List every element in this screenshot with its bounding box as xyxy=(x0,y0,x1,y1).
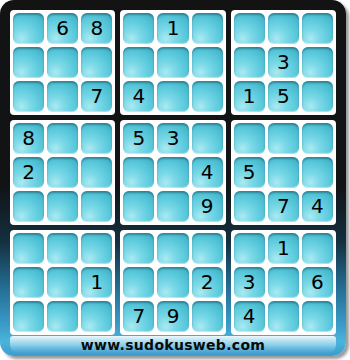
cell-r1c8[interactable] xyxy=(268,13,299,44)
given-digit: 8 xyxy=(22,128,35,148)
cell-r8c9[interactable]: 6 xyxy=(302,267,333,298)
cell-r2c9[interactable] xyxy=(302,47,333,78)
cell-r8c4[interactable] xyxy=(123,267,154,298)
cell-r3c6[interactable] xyxy=(192,81,223,112)
cell-r5c3[interactable] xyxy=(81,157,112,188)
cell-r8c8[interactable] xyxy=(268,267,299,298)
given-digit: 6 xyxy=(56,18,69,38)
given-digit: 5 xyxy=(133,128,146,148)
cell-r9c8[interactable] xyxy=(268,301,299,332)
given-digit: 7 xyxy=(133,306,146,326)
cell-r7c3[interactable] xyxy=(81,233,112,264)
cell-r7c5[interactable] xyxy=(157,233,188,264)
sudoku-grid: 6871431582534957412791364 xyxy=(10,10,336,335)
given-digit: 3 xyxy=(167,128,180,148)
cell-r3c9[interactable] xyxy=(302,81,333,112)
given-digit: 7 xyxy=(277,196,290,216)
given-digit: 1 xyxy=(167,18,180,38)
given-digit: 2 xyxy=(201,272,214,292)
cell-r1c7[interactable] xyxy=(234,13,265,44)
cell-r6c9[interactable]: 4 xyxy=(302,191,333,222)
cell-r3c3[interactable]: 7 xyxy=(81,81,112,112)
sudoku-box-1: 687 xyxy=(10,10,115,115)
given-digit: 2 xyxy=(22,162,35,182)
website-url: www.sudokusweb.com xyxy=(81,337,265,353)
cell-r9c9[interactable] xyxy=(302,301,333,332)
cell-r5c7[interactable]: 5 xyxy=(234,157,265,188)
cell-r2c8[interactable]: 3 xyxy=(268,47,299,78)
cell-r9c2[interactable] xyxy=(47,301,78,332)
given-digit: 1 xyxy=(90,272,103,292)
footer-bar: www.sudokusweb.com xyxy=(10,336,336,353)
cell-r2c5[interactable] xyxy=(157,47,188,78)
cell-r1c5[interactable]: 1 xyxy=(157,13,188,44)
cell-r8c1[interactable] xyxy=(13,267,44,298)
cell-r9c1[interactable] xyxy=(13,301,44,332)
cell-r5c2[interactable] xyxy=(47,157,78,188)
cell-r2c4[interactable] xyxy=(123,47,154,78)
given-digit: 5 xyxy=(243,162,256,182)
cell-r6c3[interactable] xyxy=(81,191,112,222)
cell-r5c4[interactable] xyxy=(123,157,154,188)
cell-r9c6[interactable] xyxy=(192,301,223,332)
cell-r1c4[interactable] xyxy=(123,13,154,44)
cell-r1c6[interactable] xyxy=(192,13,223,44)
cell-r3c1[interactable] xyxy=(13,81,44,112)
cell-r4c8[interactable] xyxy=(268,123,299,154)
cell-r5c5[interactable] xyxy=(157,157,188,188)
cell-r5c9[interactable] xyxy=(302,157,333,188)
cell-r8c2[interactable] xyxy=(47,267,78,298)
cell-r1c1[interactable] xyxy=(13,13,44,44)
sudoku-page: 6871431582534957412791364 www.sudokusweb… xyxy=(0,0,350,360)
cell-r5c8[interactable] xyxy=(268,157,299,188)
given-digit: 5 xyxy=(277,86,290,106)
cell-r9c3[interactable] xyxy=(81,301,112,332)
sudoku-box-5: 5349 xyxy=(120,120,225,225)
sudoku-box-6: 574 xyxy=(231,120,336,225)
cell-r4c5[interactable]: 3 xyxy=(157,123,188,154)
cell-r6c4[interactable] xyxy=(123,191,154,222)
cell-r4c7[interactable] xyxy=(234,123,265,154)
cell-r6c2[interactable] xyxy=(47,191,78,222)
cell-r7c6[interactable] xyxy=(192,233,223,264)
cell-r4c4[interactable]: 5 xyxy=(123,123,154,154)
cell-r3c5[interactable] xyxy=(157,81,188,112)
sudoku-box-3: 315 xyxy=(231,10,336,115)
cell-r3c2[interactable] xyxy=(47,81,78,112)
cell-r1c3[interactable]: 8 xyxy=(81,13,112,44)
cell-r5c1[interactable]: 2 xyxy=(13,157,44,188)
cell-r1c9[interactable] xyxy=(302,13,333,44)
given-digit: 1 xyxy=(277,238,290,258)
given-digit: 9 xyxy=(201,196,214,216)
cell-r6c8[interactable]: 7 xyxy=(268,191,299,222)
cell-r2c3[interactable] xyxy=(81,47,112,78)
sudoku-box-9: 1364 xyxy=(231,230,336,335)
cell-r1c2[interactable]: 6 xyxy=(47,13,78,44)
cell-r5c6[interactable]: 4 xyxy=(192,157,223,188)
given-digit: 1 xyxy=(243,86,256,106)
cell-r6c7[interactable] xyxy=(234,191,265,222)
cell-r3c8[interactable]: 5 xyxy=(268,81,299,112)
given-digit: 3 xyxy=(243,272,256,292)
cell-r9c5[interactable]: 9 xyxy=(157,301,188,332)
cell-r7c9[interactable] xyxy=(302,233,333,264)
cell-r3c7[interactable]: 1 xyxy=(234,81,265,112)
cell-r2c6[interactable] xyxy=(192,47,223,78)
cell-r8c6[interactable]: 2 xyxy=(192,267,223,298)
given-digit: 4 xyxy=(243,306,256,326)
cell-r4c6[interactable] xyxy=(192,123,223,154)
cell-r7c1[interactable] xyxy=(13,233,44,264)
cell-r9c7[interactable]: 4 xyxy=(234,301,265,332)
cell-r8c7[interactable]: 3 xyxy=(234,267,265,298)
given-digit: 6 xyxy=(311,272,324,292)
given-digit: 4 xyxy=(311,196,324,216)
cell-r4c9[interactable] xyxy=(302,123,333,154)
given-digit: 4 xyxy=(201,162,214,182)
cell-r4c2[interactable] xyxy=(47,123,78,154)
sudoku-box-7: 1 xyxy=(10,230,115,335)
sudoku-box-4: 82 xyxy=(10,120,115,225)
cell-r7c4[interactable] xyxy=(123,233,154,264)
sudoku-box-8: 279 xyxy=(120,230,225,335)
cell-r8c5[interactable] xyxy=(157,267,188,298)
cell-r6c1[interactable] xyxy=(13,191,44,222)
given-digit: 4 xyxy=(133,86,146,106)
cell-r4c3[interactable] xyxy=(81,123,112,154)
cell-r2c2[interactable] xyxy=(47,47,78,78)
cell-r9c4[interactable]: 7 xyxy=(123,301,154,332)
sudoku-box-2: 14 xyxy=(120,10,225,115)
cell-r6c6[interactable]: 9 xyxy=(192,191,223,222)
given-digit: 9 xyxy=(167,306,180,326)
cell-r6c5[interactable] xyxy=(157,191,188,222)
cell-r2c1[interactable] xyxy=(13,47,44,78)
cell-r7c7[interactable] xyxy=(234,233,265,264)
cell-r3c4[interactable]: 4 xyxy=(123,81,154,112)
given-digit: 8 xyxy=(90,18,103,38)
cell-r8c3[interactable]: 1 xyxy=(81,267,112,298)
given-digit: 3 xyxy=(277,52,290,72)
cell-r7c8[interactable]: 1 xyxy=(268,233,299,264)
given-digit: 7 xyxy=(90,86,103,106)
sudoku-board-frame: 6871431582534957412791364 www.sudokusweb… xyxy=(0,0,346,356)
cell-r2c7[interactable] xyxy=(234,47,265,78)
cell-r7c2[interactable] xyxy=(47,233,78,264)
cell-r4c1[interactable]: 8 xyxy=(13,123,44,154)
